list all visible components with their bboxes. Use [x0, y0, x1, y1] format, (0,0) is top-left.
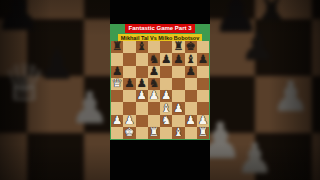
square-e1	[160, 127, 172, 139]
black-pawn: ♟	[149, 65, 159, 77]
black-pawn: ♟	[185, 65, 195, 77]
gray-pawn-icon: ♟	[236, 138, 274, 180]
black-knight: ♞	[149, 53, 159, 65]
white-pawn: ♟	[149, 90, 159, 102]
white-rook: ♜	[198, 127, 208, 139]
white-knight: ♞	[161, 114, 171, 126]
banner-title: Fantastic Game Part 3	[125, 24, 194, 33]
white-pawn: ♟	[161, 90, 171, 102]
black-pawn: ♟	[136, 78, 146, 90]
white-queen: ♛	[112, 78, 122, 90]
square-b1: ♚	[123, 127, 135, 139]
black-pawn-icon: ♟	[240, 26, 276, 66]
square-c4: ♟	[136, 90, 148, 102]
square-e6	[160, 66, 172, 78]
white-king: ♚	[124, 127, 134, 139]
square-h6	[197, 66, 209, 78]
square-c2	[136, 115, 148, 127]
black-knight: ♞	[149, 78, 159, 90]
white-rook: ♜	[149, 127, 159, 139]
square-e2: ♞	[160, 115, 172, 127]
white-bishop: ♝	[173, 127, 183, 139]
square-e7: ♟	[160, 53, 172, 65]
square-g5	[185, 78, 197, 90]
square-h7: ♟	[197, 53, 209, 65]
square-b7	[123, 53, 135, 65]
square-c8: ♝	[136, 41, 148, 53]
black-king: ♚	[185, 41, 195, 53]
square-a2: ♟	[111, 115, 123, 127]
video-center-strip: Fantastic Game Part 3 Mikhail Tal Vs Mil…	[110, 0, 210, 180]
square-f5	[172, 78, 184, 90]
square-f6	[172, 66, 184, 78]
square-a4	[111, 90, 123, 102]
square-h4	[197, 90, 209, 102]
white-bishop: ♝	[161, 102, 171, 114]
black-pawn: ♟	[198, 53, 208, 65]
green-panel: Fantastic Game Part 3 Mikhail Tal Vs Mil…	[110, 24, 210, 140]
white-pawn: ♟	[185, 114, 195, 126]
square-f3: ♟	[172, 102, 184, 114]
white-pawn: ♟	[173, 102, 183, 114]
white-pawn: ♟	[136, 90, 146, 102]
black-rook: ♜	[112, 41, 122, 53]
gray-pawn-icon: ♟	[70, 86, 109, 130]
chess-board: ♜♝♜♚♞♟♟♝♟♟♟♟♛♟♟♞♟♟♟♝♟♟♟♞♟♟♚♜♝♜	[111, 41, 209, 139]
square-f1: ♝	[172, 127, 184, 139]
white-pawn: ♟	[198, 114, 208, 126]
gray-pawn-icon: ♟	[272, 76, 310, 118]
square-c3	[136, 102, 148, 114]
black-bishop: ♝	[136, 41, 146, 53]
square-h1: ♜	[197, 127, 209, 139]
white-pawn: ♟	[124, 114, 134, 126]
black-pawn: ♟	[173, 53, 183, 65]
square-f7: ♟	[172, 53, 184, 65]
black-pawn: ♟	[161, 53, 171, 65]
white-pawn: ♟	[112, 114, 122, 126]
square-g2: ♟	[185, 115, 197, 127]
square-b5: ♟	[123, 78, 135, 90]
square-d3	[148, 102, 160, 114]
square-b4	[123, 90, 135, 102]
square-d1: ♜	[148, 127, 160, 139]
square-d4: ♟	[148, 90, 160, 102]
square-a8: ♜	[111, 41, 123, 53]
black-bishop: ♝	[185, 53, 195, 65]
square-a1	[111, 127, 123, 139]
black-pawn: ♟	[112, 65, 122, 77]
square-c7	[136, 53, 148, 65]
square-h5	[197, 78, 209, 90]
black-pawn-icon: ♟	[0, 0, 42, 38]
black-rook: ♜	[173, 41, 183, 53]
square-g6: ♟	[185, 66, 197, 78]
square-c1	[136, 127, 148, 139]
black-pawn: ♟	[124, 78, 134, 90]
square-a5: ♛	[111, 78, 123, 90]
white-queen-icon: ♕	[2, 58, 47, 108]
square-b8	[123, 41, 135, 53]
square-g1	[185, 127, 197, 139]
square-g4	[185, 90, 197, 102]
